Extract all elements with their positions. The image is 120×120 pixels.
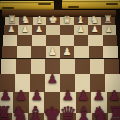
piece-bP[interactable]: ♟ — [15, 88, 27, 102]
board-square[interactable] — [31, 59, 46, 74]
board-square[interactable] — [74, 46, 88, 59]
board-square[interactable] — [103, 46, 117, 59]
piece-bP[interactable]: ♟ — [31, 88, 43, 102]
piece-wP[interactable]: ♟ — [105, 25, 113, 34]
board-square[interactable] — [3, 35, 17, 46]
board-square[interactable] — [75, 59, 90, 74]
piece-wK[interactable]: ♚ — [49, 15, 58, 25]
piece-bQ[interactable]: ♛ — [59, 104, 76, 120]
plaque-engraving — [2, 7, 14, 9]
piece-bP[interactable]: ♟ — [0, 88, 12, 102]
board-rank-row — [1, 59, 119, 74]
piece-bP[interactable]: ♟ — [47, 73, 58, 85]
piece-bB[interactable]: ♝ — [27, 104, 44, 120]
board-square[interactable] — [60, 35, 74, 46]
board-square[interactable] — [103, 35, 117, 46]
piece-bR[interactable]: ♜ — [108, 104, 120, 120]
piece-bP[interactable]: ♟ — [62, 88, 74, 102]
board-square[interactable] — [60, 59, 75, 74]
board-rank-row — [3, 35, 116, 46]
piece-bK[interactable]: ♚ — [43, 104, 60, 120]
board-square[interactable] — [46, 35, 60, 46]
chess-game-window: ♜♞♝♚♛♝♞♜♟♟♟♟♟♟♟♟♟♟♟♟♟♟♟♟♜♞♝♚♛♝♞♜ — [0, 0, 120, 120]
piece-bP[interactable]: ♟ — [108, 88, 120, 102]
piece-wP[interactable]: ♟ — [35, 25, 43, 34]
board-rank-row — [2, 46, 118, 59]
piece-wP[interactable]: ♟ — [77, 25, 85, 34]
piece-wP[interactable]: ♟ — [21, 25, 29, 34]
board-square[interactable] — [60, 25, 74, 34]
board-square[interactable] — [16, 59, 31, 74]
board-square[interactable] — [88, 35, 102, 46]
plaque-engraving — [38, 3, 51, 5]
piece-bB[interactable]: ♝ — [76, 104, 93, 120]
board-square[interactable] — [90, 59, 105, 74]
piece-wP[interactable]: ♟ — [7, 25, 15, 34]
left-player-plaque — [0, 1, 54, 10]
board-square[interactable] — [89, 46, 103, 59]
board-square[interactable] — [17, 35, 31, 46]
piece-wP[interactable]: ♟ — [91, 25, 99, 34]
piece-wQ[interactable]: ♛ — [62, 15, 71, 25]
board-square[interactable] — [32, 35, 46, 46]
plaque-engraving — [68, 6, 79, 8]
board-square[interactable] — [74, 35, 88, 46]
board-square[interactable] — [2, 46, 16, 59]
board-square[interactable] — [1, 59, 16, 74]
plaque-engraving — [106, 3, 118, 5]
piece-bP[interactable]: ♟ — [77, 88, 89, 102]
piece-bN[interactable]: ♞ — [11, 104, 28, 120]
piece-bP[interactable]: ♟ — [93, 88, 105, 102]
board-square[interactable] — [31, 46, 45, 59]
board-square[interactable] — [17, 46, 31, 59]
board-square[interactable] — [104, 59, 119, 74]
piece-wP[interactable]: ♟ — [48, 47, 57, 57]
piece-bN[interactable]: ♞ — [92, 104, 109, 120]
board-square[interactable] — [46, 25, 60, 34]
piece-wP[interactable]: ♟ — [63, 47, 72, 57]
right-player-plaque — [62, 0, 120, 9]
